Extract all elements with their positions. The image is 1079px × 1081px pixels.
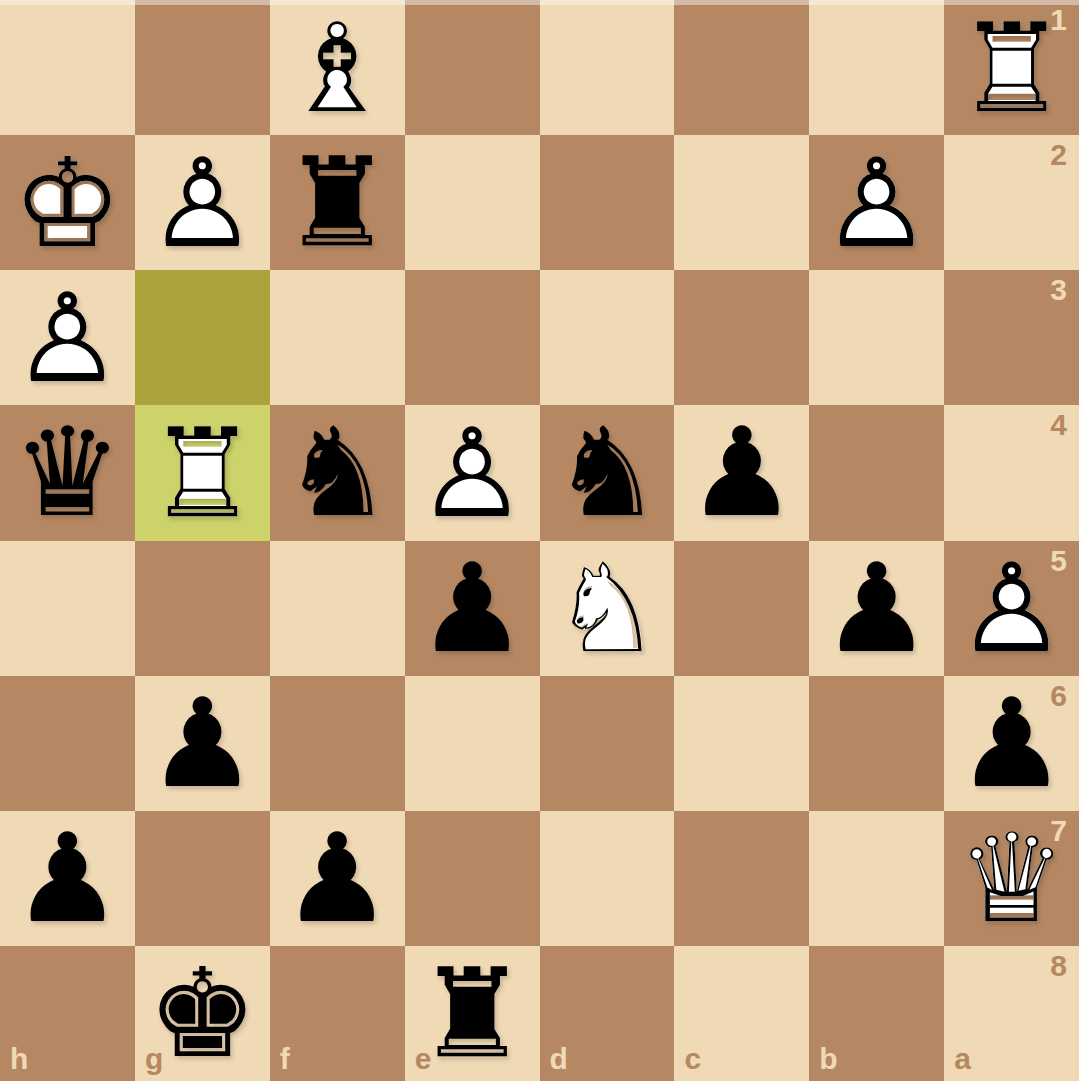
square-h1[interactable]	[0, 0, 135, 135]
square-g8[interactable]: ♚g	[135, 946, 270, 1081]
piece-outline: ♗	[282, 6, 392, 129]
square-g4[interactable]: ♜♖	[135, 405, 270, 540]
square-f5[interactable]	[270, 541, 405, 676]
square-c2[interactable]	[674, 135, 809, 270]
square-b1[interactable]	[809, 0, 944, 135]
rank-label-4: 4	[1050, 408, 1067, 442]
file-label-b: b	[819, 1042, 837, 1076]
chess-board: ♝♗♜♖1♚♔♟♙♜♟♙2♟♙3♛♜♖♞♟♙♞♟4♟♞♘♟♟♙5♟♟6♟♟♛♕7…	[0, 0, 1079, 1081]
square-h7[interactable]: ♟	[0, 811, 135, 946]
square-f3[interactable]	[270, 270, 405, 405]
square-d1[interactable]	[540, 0, 675, 135]
square-a5[interactable]: ♟♙5	[944, 541, 1079, 676]
square-d4[interactable]: ♞	[540, 405, 675, 540]
square-h5[interactable]	[0, 541, 135, 676]
square-b2[interactable]: ♟♙	[809, 135, 944, 270]
piece-outline: ♖	[147, 411, 257, 534]
square-e8[interactable]: ♜e	[405, 946, 540, 1081]
square-c7[interactable]	[674, 811, 809, 946]
square-d2[interactable]	[540, 135, 675, 270]
square-a1[interactable]: ♜♖1	[944, 0, 1079, 135]
piece-outline: ♙	[956, 547, 1066, 670]
black-pawn-piece[interactable]: ♟	[809, 541, 944, 676]
square-d5[interactable]: ♞♘	[540, 541, 675, 676]
white-queen-piece[interactable]: ♛♕	[944, 811, 1079, 946]
piece-outline: ♖	[956, 6, 1066, 129]
black-pawn-piece[interactable]: ♟	[0, 811, 135, 946]
square-c8[interactable]: c	[674, 946, 809, 1081]
square-d3[interactable]	[540, 270, 675, 405]
square-b7[interactable]	[809, 811, 944, 946]
square-c3[interactable]	[674, 270, 809, 405]
square-a8[interactable]: a8	[944, 946, 1079, 1081]
square-e6[interactable]	[405, 676, 540, 811]
white-rook-piece[interactable]: ♜♖	[944, 0, 1079, 135]
square-c5[interactable]	[674, 541, 809, 676]
square-e2[interactable]	[405, 135, 540, 270]
square-b5[interactable]: ♟	[809, 541, 944, 676]
piece-outline: ♙	[12, 276, 122, 399]
square-g6[interactable]: ♟	[135, 676, 270, 811]
rank-label-8: 8	[1050, 949, 1067, 983]
square-a6[interactable]: ♟6	[944, 676, 1079, 811]
white-bishop-piece[interactable]: ♝♗	[270, 0, 405, 135]
square-c1[interactable]	[674, 0, 809, 135]
piece-outline: ♙	[147, 141, 257, 264]
square-f7[interactable]: ♟	[270, 811, 405, 946]
piece-outline: ♙	[417, 411, 527, 534]
piece-outline: ♕	[956, 817, 1066, 940]
black-pawn-piece[interactable]: ♟	[674, 405, 809, 540]
square-b6[interactable]	[809, 676, 944, 811]
square-g3[interactable]	[135, 270, 270, 405]
square-h4[interactable]: ♛	[0, 405, 135, 540]
square-f2[interactable]: ♜	[270, 135, 405, 270]
black-knight-piece[interactable]: ♞	[270, 405, 405, 540]
square-d6[interactable]	[540, 676, 675, 811]
square-g2[interactable]: ♟♙	[135, 135, 270, 270]
file-label-h: h	[10, 1042, 28, 1076]
file-label-f: f	[280, 1042, 290, 1076]
white-pawn-piece[interactable]: ♟♙	[944, 541, 1079, 676]
black-pawn-piece[interactable]: ♟	[135, 676, 270, 811]
file-label-c: c	[684, 1042, 701, 1076]
file-label-a: a	[954, 1042, 971, 1076]
square-h8[interactable]: h	[0, 946, 135, 1081]
square-e7[interactable]	[405, 811, 540, 946]
file-label-d: d	[550, 1042, 568, 1076]
square-a7[interactable]: ♛♕7	[944, 811, 1079, 946]
square-a4[interactable]: 4	[944, 405, 1079, 540]
black-pawn-piece[interactable]: ♟	[270, 811, 405, 946]
piece-outline: ♘	[552, 547, 662, 670]
square-d8[interactable]: d	[540, 946, 675, 1081]
square-f1[interactable]: ♝♗	[270, 0, 405, 135]
white-king-piece[interactable]: ♚♔	[0, 135, 135, 270]
square-e1[interactable]	[405, 0, 540, 135]
black-knight-piece[interactable]: ♞	[540, 405, 675, 540]
white-pawn-piece[interactable]: ♟♙	[135, 135, 270, 270]
white-rook-piece[interactable]: ♜♖	[135, 405, 270, 540]
piece-outline: ♔	[12, 141, 122, 264]
square-h3[interactable]: ♟♙	[0, 270, 135, 405]
square-g5[interactable]	[135, 541, 270, 676]
square-h2[interactable]: ♚♔	[0, 135, 135, 270]
black-king-piece[interactable]: ♚	[135, 946, 270, 1081]
square-d7[interactable]	[540, 811, 675, 946]
square-f6[interactable]	[270, 676, 405, 811]
black-rook-piece[interactable]: ♜	[270, 135, 405, 270]
black-pawn-piece[interactable]: ♟	[944, 676, 1079, 811]
piece-outline: ♙	[822, 141, 932, 264]
square-b4[interactable]	[809, 405, 944, 540]
black-rook-piece[interactable]: ♜	[405, 946, 540, 1081]
black-pawn-piece[interactable]: ♟	[405, 541, 540, 676]
square-a3[interactable]: 3	[944, 270, 1079, 405]
square-b3[interactable]	[809, 270, 944, 405]
square-f8[interactable]: f	[270, 946, 405, 1081]
square-f4[interactable]: ♞	[270, 405, 405, 540]
square-h6[interactable]	[0, 676, 135, 811]
white-pawn-piece[interactable]: ♟♙	[405, 405, 540, 540]
white-knight-piece[interactable]: ♞♘	[540, 541, 675, 676]
square-c6[interactable]	[674, 676, 809, 811]
rank-label-2: 2	[1050, 138, 1067, 172]
square-b8[interactable]: b	[809, 946, 944, 1081]
rank-label-3: 3	[1050, 273, 1067, 307]
square-e3[interactable]	[405, 270, 540, 405]
white-pawn-piece[interactable]: ♟♙	[809, 135, 944, 270]
square-e5[interactable]: ♟	[405, 541, 540, 676]
square-e4[interactable]: ♟♙	[405, 405, 540, 540]
white-pawn-piece[interactable]: ♟♙	[0, 270, 135, 405]
square-g1[interactable]	[135, 0, 270, 135]
square-a2[interactable]: 2	[944, 135, 1079, 270]
black-queen-piece[interactable]: ♛	[0, 405, 135, 540]
square-g7[interactable]	[135, 811, 270, 946]
square-c4[interactable]: ♟	[674, 405, 809, 540]
